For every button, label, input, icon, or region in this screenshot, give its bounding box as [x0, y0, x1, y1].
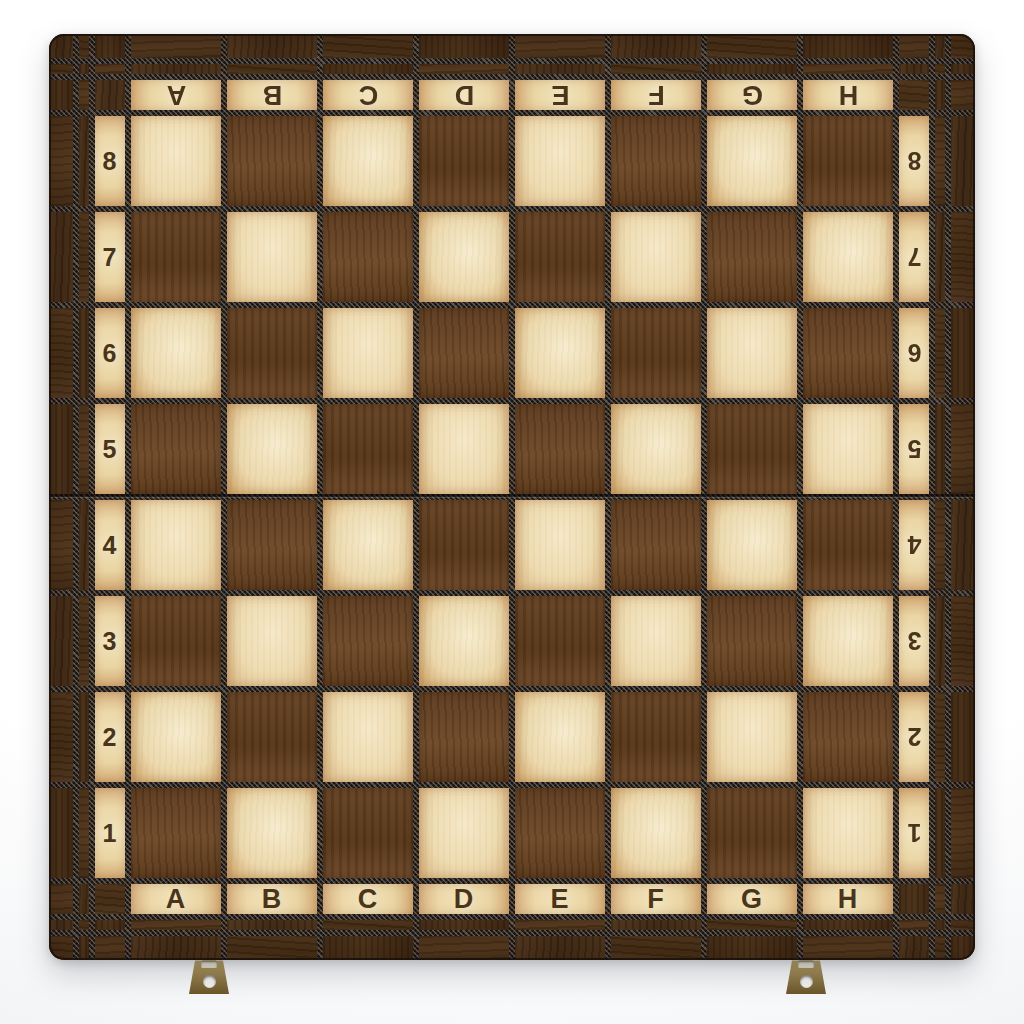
- file-label-bottom-d: D: [419, 884, 509, 914]
- file-label-top-a: A: [131, 80, 221, 110]
- square-c4[interactable]: [323, 500, 413, 590]
- file-label-top-b: B: [227, 80, 317, 110]
- board-frame-cell: [611, 936, 701, 960]
- board-frame-cell: [79, 596, 89, 686]
- square-e4[interactable]: [515, 500, 605, 590]
- square-a4[interactable]: [131, 500, 221, 590]
- board-frame-cell: [79, 692, 89, 782]
- file-label-bottom-g: G: [707, 884, 797, 914]
- board-frame-cell: [95, 34, 125, 58]
- rank-label-left-4: 4: [95, 500, 125, 590]
- board-frame-cell: [49, 34, 73, 58]
- hinge-slot: [201, 961, 217, 968]
- board-frame-cell: [803, 64, 893, 74]
- board-frame-cell: [49, 500, 73, 590]
- file-label-top-e: E: [515, 80, 605, 110]
- board-frame-cell: [951, 116, 975, 206]
- board-frame-cell: [49, 692, 73, 782]
- rank-label-left-3: 3: [95, 596, 125, 686]
- board-frame-cell: [131, 936, 221, 960]
- square-g8[interactable]: [707, 116, 797, 206]
- board-frame-cell: [707, 34, 797, 58]
- board-frame-cell: [611, 64, 701, 74]
- file-label-bottom-c: C: [323, 884, 413, 914]
- square-e5[interactable]: [515, 404, 605, 494]
- square-b3[interactable]: [227, 596, 317, 686]
- square-f2[interactable]: [611, 692, 701, 782]
- board-frame-cell: [49, 212, 73, 302]
- board-frame-cell: [899, 34, 929, 58]
- board-frame-cell: [899, 936, 929, 960]
- square-g3[interactable]: [707, 596, 797, 686]
- square-c5[interactable]: [323, 404, 413, 494]
- board-frame-cell: [95, 64, 125, 74]
- board-frame-cell: [95, 884, 125, 914]
- board-frame-cell: [935, 788, 945, 878]
- rank-label-right-3: 3: [899, 596, 929, 686]
- rank-label-left-5: 5: [95, 404, 125, 494]
- square-d4[interactable]: [419, 500, 509, 590]
- square-a3[interactable]: [131, 596, 221, 686]
- board-frame-cell: [49, 404, 73, 494]
- board-frame-cell: [951, 308, 975, 398]
- board-frame-cell: [49, 116, 73, 206]
- board-frame-cell: [323, 936, 413, 960]
- square-d6[interactable]: [419, 308, 509, 398]
- file-label-bottom-f: F: [611, 884, 701, 914]
- board-frame-cell: [49, 308, 73, 398]
- square-h2[interactable]: [803, 692, 893, 782]
- square-b7[interactable]: [227, 212, 317, 302]
- board-frame-cell: [951, 936, 975, 960]
- board-frame-cell: [951, 404, 975, 494]
- board-frame-cell: [323, 920, 413, 930]
- square-e3[interactable]: [515, 596, 605, 686]
- board-frame-cell: [951, 34, 975, 58]
- rank-label-right-2: 2: [899, 692, 929, 782]
- board-frame-cell: [951, 500, 975, 590]
- board-frame-cell: [419, 34, 509, 58]
- square-a6[interactable]: [131, 308, 221, 398]
- square-a7[interactable]: [131, 212, 221, 302]
- square-a8[interactable]: [131, 116, 221, 206]
- rank-label-right-7: 7: [899, 212, 929, 302]
- square-e8[interactable]: [515, 116, 605, 206]
- board-frame-cell: [935, 936, 945, 960]
- square-f3[interactable]: [611, 596, 701, 686]
- board-frame-cell: [515, 64, 605, 74]
- square-h8[interactable]: [803, 116, 893, 206]
- board-frame-cell: [79, 80, 89, 110]
- square-c1[interactable]: [323, 788, 413, 878]
- board-frame-cell: [515, 936, 605, 960]
- board-frame-cell: [951, 884, 975, 914]
- square-g2[interactable]: [707, 692, 797, 782]
- board-frame-cell: [935, 212, 945, 302]
- file-label-top-f: F: [611, 80, 701, 110]
- board-frame-cell: [49, 920, 73, 930]
- board-frame-cell: [323, 34, 413, 58]
- square-g6[interactable]: [707, 308, 797, 398]
- board-frame-cell: [79, 404, 89, 494]
- board-frame-cell: [131, 920, 221, 930]
- square-d3[interactable]: [419, 596, 509, 686]
- board-frame-cell: [935, 64, 945, 74]
- board-frame-cell: [95, 920, 125, 930]
- board-frame-cell: [95, 936, 125, 960]
- board-frame-cell: [707, 64, 797, 74]
- board-frame-cell: [935, 80, 945, 110]
- rank-label-right-4: 4: [899, 500, 929, 590]
- board-frame-cell: [323, 64, 413, 74]
- board-frame-cell: [79, 34, 89, 58]
- board-frame-cell: [935, 884, 945, 914]
- board-frame-cell: [49, 884, 73, 914]
- square-b2[interactable]: [227, 692, 317, 782]
- square-f4[interactable]: [611, 500, 701, 590]
- file-label-bottom-b: B: [227, 884, 317, 914]
- square-f6[interactable]: [611, 308, 701, 398]
- square-e2[interactable]: [515, 692, 605, 782]
- board-frame-cell: [79, 64, 89, 74]
- board-frame-cell: [899, 80, 929, 110]
- square-d7[interactable]: [419, 212, 509, 302]
- hinge-hole: [203, 975, 216, 988]
- hinge-slot: [798, 961, 814, 968]
- board-frame-cell: [49, 64, 73, 74]
- board-frame-cell: [419, 920, 509, 930]
- board-frame-cell: [899, 64, 929, 74]
- board-frame-cell: [131, 64, 221, 74]
- board-frame-cell: [79, 212, 89, 302]
- rank-label-right-1: 1: [899, 788, 929, 878]
- square-c6[interactable]: [323, 308, 413, 398]
- square-e6[interactable]: [515, 308, 605, 398]
- board-frame-cell: [935, 116, 945, 206]
- square-h4[interactable]: [803, 500, 893, 590]
- square-c7[interactable]: [323, 212, 413, 302]
- board-frame-cell: [79, 500, 89, 590]
- rank-label-left-7: 7: [95, 212, 125, 302]
- board-frame-cell: [79, 788, 89, 878]
- square-g7[interactable]: [707, 212, 797, 302]
- square-d1[interactable]: [419, 788, 509, 878]
- board-frame-cell: [227, 34, 317, 58]
- board-frame-cell: [935, 34, 945, 58]
- board-frame-cell: [951, 788, 975, 878]
- square-f1[interactable]: [611, 788, 701, 878]
- board-frame-cell: [611, 34, 701, 58]
- board-frame-cell: [935, 500, 945, 590]
- board-frame-cell: [935, 920, 945, 930]
- rank-label-right-6: 6: [899, 308, 929, 398]
- file-label-top-c: C: [323, 80, 413, 110]
- square-h5[interactable]: [803, 404, 893, 494]
- file-label-bottom-e: E: [515, 884, 605, 914]
- board-frame-cell: [951, 212, 975, 302]
- board-frame-cell: [79, 884, 89, 914]
- file-label-bottom-a: A: [131, 884, 221, 914]
- board-frame-cell: [227, 920, 317, 930]
- board-frame-cell: [935, 596, 945, 686]
- square-a5[interactable]: [131, 404, 221, 494]
- square-d2[interactable]: [419, 692, 509, 782]
- board-frame-cell: [515, 34, 605, 58]
- square-c2[interactable]: [323, 692, 413, 782]
- square-b8[interactable]: [227, 116, 317, 206]
- hinge-hole: [800, 975, 813, 988]
- board-frame-cell: [131, 34, 221, 58]
- board-frame-cell: [79, 920, 89, 930]
- file-label-bottom-h: H: [803, 884, 893, 914]
- square-h7[interactable]: [803, 212, 893, 302]
- square-g1[interactable]: [707, 788, 797, 878]
- board-frame-cell: [899, 920, 929, 930]
- board-frame-cell: [49, 788, 73, 878]
- board-frame-cell: [79, 936, 89, 960]
- square-b1[interactable]: [227, 788, 317, 878]
- board-frame-cell: [95, 80, 125, 110]
- square-f7[interactable]: [611, 212, 701, 302]
- square-b6[interactable]: [227, 308, 317, 398]
- board-frame-cell: [951, 920, 975, 930]
- board-frame-cell: [803, 920, 893, 930]
- board-frame-cell: [49, 80, 73, 110]
- file-label-top-d: D: [419, 80, 509, 110]
- board-frame-cell: [419, 64, 509, 74]
- board-frame-cell: [707, 920, 797, 930]
- square-h1[interactable]: [803, 788, 893, 878]
- rank-label-right-8: 8: [899, 116, 929, 206]
- board-frame-cell: [951, 692, 975, 782]
- square-g5[interactable]: [707, 404, 797, 494]
- board-frame-cell: [899, 884, 929, 914]
- square-a1[interactable]: [131, 788, 221, 878]
- square-d5[interactable]: [419, 404, 509, 494]
- square-d8[interactable]: [419, 116, 509, 206]
- rank-label-right-5: 5: [899, 404, 929, 494]
- board-frame-cell: [49, 936, 73, 960]
- photo-scene: ABCDEFGH8877665544332211ABCDEFGH: [0, 0, 1024, 1024]
- rank-label-left-6: 6: [95, 308, 125, 398]
- board-frame-cell: [951, 596, 975, 686]
- board-frame-cell: [49, 596, 73, 686]
- board-frame-cell: [707, 936, 797, 960]
- square-f8[interactable]: [611, 116, 701, 206]
- square-c3[interactable]: [323, 596, 413, 686]
- board-frame-cell: [803, 34, 893, 58]
- square-c8[interactable]: [323, 116, 413, 206]
- square-e7[interactable]: [515, 212, 605, 302]
- square-b4[interactable]: [227, 500, 317, 590]
- board-frame-cell: [79, 116, 89, 206]
- rank-label-left-2: 2: [95, 692, 125, 782]
- board-frame-cell: [935, 308, 945, 398]
- board-frame-cell: [227, 64, 317, 74]
- board-frame-cell: [935, 692, 945, 782]
- board-fold-seam: [49, 494, 975, 498]
- square-b5[interactable]: [227, 404, 317, 494]
- square-g4[interactable]: [707, 500, 797, 590]
- rank-label-left-1: 1: [95, 788, 125, 878]
- square-e1[interactable]: [515, 788, 605, 878]
- square-h6[interactable]: [803, 308, 893, 398]
- chess-board: ABCDEFGH8877665544332211ABCDEFGH: [49, 34, 975, 960]
- square-f5[interactable]: [611, 404, 701, 494]
- file-label-top-h: H: [803, 80, 893, 110]
- square-a2[interactable]: [131, 692, 221, 782]
- file-label-top-g: G: [707, 80, 797, 110]
- board-frame-cell: [79, 308, 89, 398]
- board-frame-cell: [935, 404, 945, 494]
- board-frame-cell: [951, 64, 975, 74]
- board-frame-cell: [515, 920, 605, 930]
- board-frame-cell: [419, 936, 509, 960]
- board-frame-cell: [951, 80, 975, 110]
- board-frame-cell: [803, 936, 893, 960]
- square-h3[interactable]: [803, 596, 893, 686]
- board-frame-cell: [227, 936, 317, 960]
- rank-label-left-8: 8: [95, 116, 125, 206]
- board-frame-cell: [611, 920, 701, 930]
